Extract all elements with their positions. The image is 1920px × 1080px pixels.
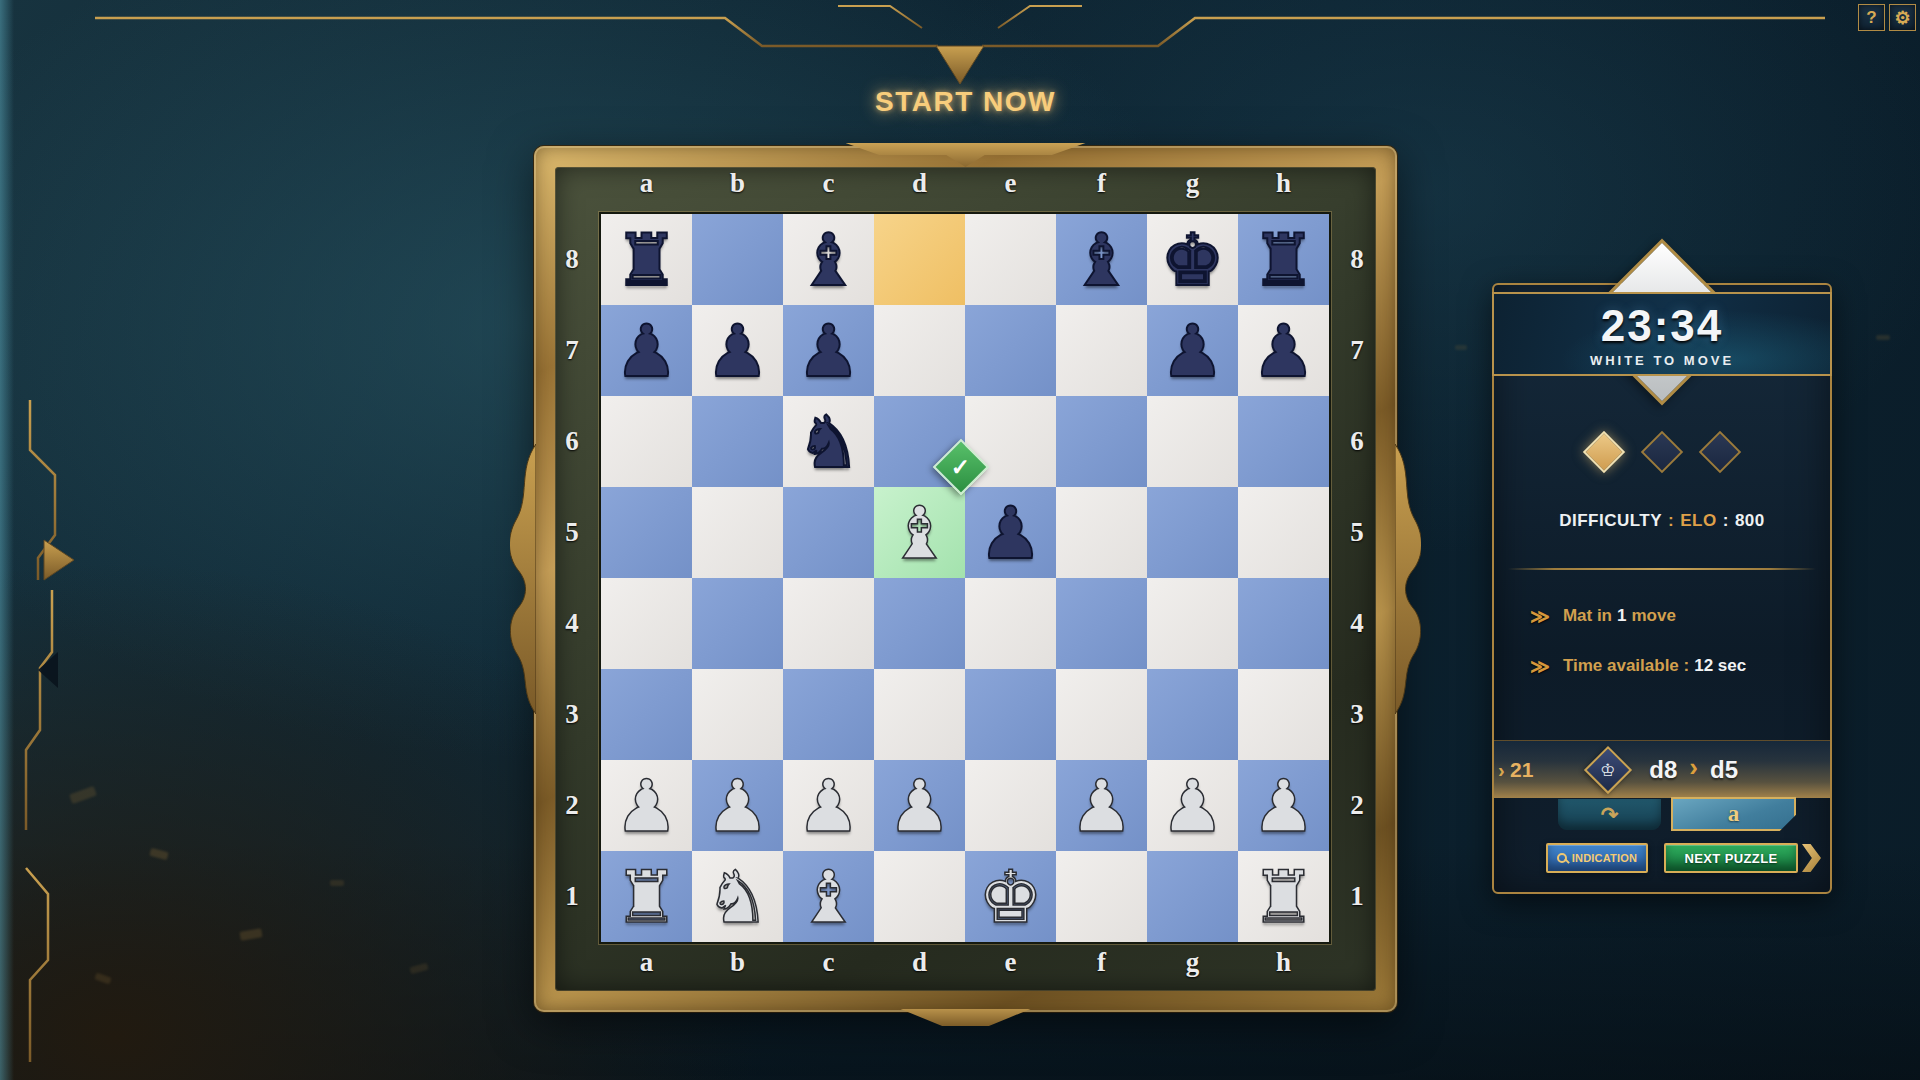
coordinate-label: 3	[555, 699, 589, 730]
difficulty-pip-2	[1641, 431, 1683, 473]
square-g1[interactable]	[1147, 851, 1238, 942]
indication-button[interactable]: INDICATION	[1546, 843, 1648, 873]
coordinate-label: f	[1056, 168, 1147, 199]
square-c1[interactable]: ♝	[783, 851, 874, 942]
coordinate-label: 8	[1340, 244, 1374, 275]
difficulty-pip-1	[1583, 431, 1625, 473]
next-chevron-icon	[1802, 844, 1821, 872]
difficulty-label: DIFFICULTY	[1559, 511, 1662, 530]
piece-white-pawn[interactable]: ♟	[1238, 760, 1329, 851]
square-c4[interactable]	[783, 578, 874, 669]
square-e7[interactable]	[965, 305, 1056, 396]
coordinate-label: 5	[555, 517, 589, 548]
start-now-button[interactable]: START NOW	[534, 86, 1397, 118]
square-b7[interactable]: ♟	[692, 305, 783, 396]
piece-black-pawn[interactable]: ♟	[692, 305, 783, 396]
help-icon: ?	[1866, 8, 1876, 28]
board-files-top: abcdefgh	[601, 168, 1329, 199]
piece-black-rook[interactable]: ♜	[1238, 214, 1329, 305]
square-b6[interactable]	[692, 396, 783, 487]
left-gold-zigzag-ornament	[0, 400, 110, 1080]
square-g2[interactable]: ♟	[1147, 760, 1238, 851]
square-a7[interactable]: ♟	[601, 305, 692, 396]
square-b2[interactable]: ♟	[692, 760, 783, 851]
piece-white-rook[interactable]: ♜	[1238, 851, 1329, 942]
coordinate-label: 4	[555, 608, 589, 639]
square-h6[interactable]	[1238, 396, 1329, 487]
dust-speck	[1455, 345, 1467, 350]
coordinate-label: f	[1056, 947, 1147, 978]
piece-white-rook[interactable]: ♜	[601, 851, 692, 942]
difficulty-line: DIFFICULTY:ELO:800	[1494, 511, 1830, 531]
square-c2[interactable]: ♟	[783, 760, 874, 851]
piece-white-pawn[interactable]: ♟	[692, 760, 783, 851]
game-screen: START NOW ? ⚙ abcdefgh abcdefgh 87654321…	[0, 0, 1920, 1080]
square-d8[interactable]	[874, 214, 965, 305]
dust-speck	[330, 880, 344, 886]
square-h7[interactable]: ♟	[1238, 305, 1329, 396]
piece-white-pawn[interactable]: ♟	[1056, 760, 1147, 851]
square-b3[interactable]	[692, 669, 783, 760]
elo-label: ELO	[1680, 511, 1716, 530]
piece-white-king[interactable]: ♚	[965, 851, 1056, 942]
square-b1[interactable]: ♞	[692, 851, 783, 942]
piece-black-rook[interactable]: ♜	[601, 214, 692, 305]
move-from-square: d8	[1649, 756, 1677, 784]
square-a4[interactable]	[601, 578, 692, 669]
help-button[interactable]: ?	[1858, 4, 1885, 31]
turn-indicator: WHITE TO MOVE	[1590, 353, 1734, 368]
square-g7[interactable]: ♟	[1147, 305, 1238, 396]
square-d4[interactable]	[874, 578, 965, 669]
tab-a[interactable]: a	[1671, 797, 1796, 831]
coordinate-label: 1	[555, 881, 589, 912]
square-b8[interactable]	[692, 214, 783, 305]
square-g4[interactable]	[1147, 578, 1238, 669]
next-puzzle-button[interactable]: NEXT PUZZLE	[1664, 843, 1798, 873]
coordinate-label: 1	[1340, 881, 1374, 912]
square-g5[interactable]	[1147, 487, 1238, 578]
piece-white-bishop[interactable]: ♝	[874, 487, 965, 578]
coordinate-label: d	[874, 168, 965, 199]
dust-speck	[1876, 335, 1890, 340]
coordinate-label: g	[1147, 947, 1238, 978]
piece-white-pawn[interactable]: ♟	[1147, 760, 1238, 851]
coordinate-label: e	[965, 168, 1056, 199]
square-f5[interactable]	[1056, 487, 1147, 578]
square-d2[interactable]: ♟	[874, 760, 965, 851]
board-squares: ♜♝♝♚♜♟♟♟♟♟♞♝♟♟♟♟♟♟♟♟♜♞♝♚♜	[601, 214, 1329, 942]
square-e3[interactable]	[965, 669, 1056, 760]
objective-mate: ≫ Mat in 1 move	[1530, 603, 1822, 629]
piece-black-pawn[interactable]: ♟	[965, 487, 1056, 578]
piece-black-pawn[interactable]: ♟	[1238, 305, 1329, 396]
piece-black-bishop[interactable]: ♝	[783, 214, 874, 305]
square-c5[interactable]	[783, 487, 874, 578]
piece-white-knight[interactable]: ♞	[692, 851, 783, 942]
square-d3[interactable]	[874, 669, 965, 760]
piece-black-pawn[interactable]: ♟	[601, 305, 692, 396]
square-f7[interactable]	[1056, 305, 1147, 396]
square-d7[interactable]	[874, 305, 965, 396]
move-list-chevron-icon: ›	[1498, 758, 1505, 781]
move-detail: ♔ d8 › d5	[1533, 753, 1796, 787]
board-files-bottom: abcdefgh	[601, 947, 1329, 978]
piece-white-bishop[interactable]: ♝	[783, 851, 874, 942]
objective-time: ≫ Time available : 12 sec	[1530, 653, 1822, 679]
square-h4[interactable]	[1238, 578, 1329, 669]
coordinate-label: b	[692, 947, 783, 978]
move-history-entry[interactable]: › 21 ♔ d8 › d5	[1494, 740, 1830, 798]
square-c6[interactable]: ♞	[783, 396, 874, 487]
square-f3[interactable]	[1056, 669, 1147, 760]
square-h8[interactable]: ♜	[1238, 214, 1329, 305]
square-b4[interactable]	[692, 578, 783, 669]
coordinate-label: 7	[555, 335, 589, 366]
square-g6[interactable]	[1147, 396, 1238, 487]
square-f1[interactable]	[1056, 851, 1147, 942]
objectives-list: ≫ Mat in 1 move ≫ Time available : 12 se…	[1530, 603, 1822, 703]
piece-white-pawn[interactable]: ♟	[874, 760, 965, 851]
settings-button[interactable]: ⚙	[1889, 4, 1916, 31]
gold-divider	[1508, 568, 1816, 570]
square-a2[interactable]: ♟	[601, 760, 692, 851]
piece-black-knight[interactable]: ♞	[783, 396, 874, 487]
coordinate-label: 7	[1340, 335, 1374, 366]
square-d1[interactable]	[874, 851, 965, 942]
square-e8[interactable]	[965, 214, 1056, 305]
square-e4[interactable]	[965, 578, 1056, 669]
gear-icon: ⚙	[1894, 7, 1910, 29]
square-h1[interactable]: ♜	[1238, 851, 1329, 942]
objective-chevron-icon: ≫	[1530, 605, 1550, 628]
coordinate-label: h	[1238, 168, 1329, 199]
chess-board: abcdefgh abcdefgh 87654321 87654321 ♜♝♝♚…	[534, 146, 1397, 1012]
piece-black-king[interactable]: ♚	[1147, 214, 1238, 305]
square-a8[interactable]: ♜	[601, 214, 692, 305]
search-icon	[1557, 853, 1567, 863]
tab-a-label: a	[1728, 801, 1740, 827]
coordinate-label: e	[965, 947, 1056, 978]
move-arrow-icon: ›	[1689, 752, 1698, 783]
square-f4[interactable]	[1056, 578, 1147, 669]
piece-black-pawn[interactable]: ♟	[783, 305, 874, 396]
coordinate-label: d	[874, 947, 965, 978]
square-h3[interactable]	[1238, 669, 1329, 760]
square-a6[interactable]	[601, 396, 692, 487]
square-g8[interactable]: ♚	[1147, 214, 1238, 305]
coordinate-label: 6	[1340, 426, 1374, 457]
square-f6[interactable]	[1056, 396, 1147, 487]
puzzle-side-panel: 23:34 WHITE TO MOVE DIFFICULTY:ELO:800 ≫…	[1492, 283, 1832, 894]
move-to-square: d5	[1710, 756, 1738, 784]
coordinate-label: b	[692, 168, 783, 199]
coordinate-label: 2	[555, 790, 589, 821]
coordinate-label: 6	[555, 426, 589, 457]
rank-badge-icon: ♔	[1584, 745, 1632, 793]
square-c8[interactable]: ♝	[783, 214, 874, 305]
square-d5[interactable]: ♝	[874, 487, 965, 578]
timer-display: 23:34	[1601, 301, 1724, 351]
difficulty-pips	[1494, 437, 1830, 467]
elo-value: 800	[1735, 511, 1765, 530]
replay-tab[interactable]: ↷	[1558, 799, 1661, 830]
board-right-handle	[1395, 444, 1421, 714]
coordinate-label: c	[783, 168, 874, 199]
square-a1[interactable]: ♜	[601, 851, 692, 942]
coordinate-label: 2	[1340, 790, 1374, 821]
square-h5[interactable]	[1238, 487, 1329, 578]
coordinate-label: g	[1147, 168, 1238, 199]
coordinate-label: 5	[1340, 517, 1374, 548]
board-left-handle	[510, 444, 536, 714]
coordinate-label: 3	[1340, 699, 1374, 730]
piece-white-pawn[interactable]: ♟	[601, 760, 692, 851]
objective-chevron-icon: ≫	[1530, 655, 1550, 678]
piece-black-bishop[interactable]: ♝	[1056, 214, 1147, 305]
square-a5[interactable]	[601, 487, 692, 578]
square-e1[interactable]: ♚	[965, 851, 1056, 942]
square-f2[interactable]: ♟	[1056, 760, 1147, 851]
coordinate-label: a	[601, 168, 692, 199]
move-number: 21	[1510, 758, 1533, 782]
square-f8[interactable]: ♝	[1056, 214, 1147, 305]
top-gold-ornament	[0, 0, 1920, 96]
square-c3[interactable]	[783, 669, 874, 760]
square-e2[interactable]	[965, 760, 1056, 851]
square-g3[interactable]	[1147, 669, 1238, 760]
piece-white-pawn[interactable]: ♟	[783, 760, 874, 851]
coordinate-label: c	[783, 947, 874, 978]
square-c7[interactable]: ♟	[783, 305, 874, 396]
square-a3[interactable]	[601, 669, 692, 760]
square-e5[interactable]: ♟	[965, 487, 1056, 578]
coordinate-label: h	[1238, 947, 1329, 978]
piece-black-pawn[interactable]: ♟	[1147, 305, 1238, 396]
timer-banner: 23:34 WHITE TO MOVE	[1492, 292, 1832, 376]
board-ranks-right: 87654321	[1340, 214, 1374, 942]
coordinate-label: 8	[555, 244, 589, 275]
difficulty-pip-3	[1699, 431, 1741, 473]
square-h2[interactable]: ♟	[1238, 760, 1329, 851]
coordinate-label: a	[601, 947, 692, 978]
board-ranks-left: 87654321	[555, 214, 589, 942]
square-b5[interactable]	[692, 487, 783, 578]
coordinate-label: 4	[1340, 608, 1374, 639]
replay-arrow-icon: ↷	[1601, 803, 1619, 827]
